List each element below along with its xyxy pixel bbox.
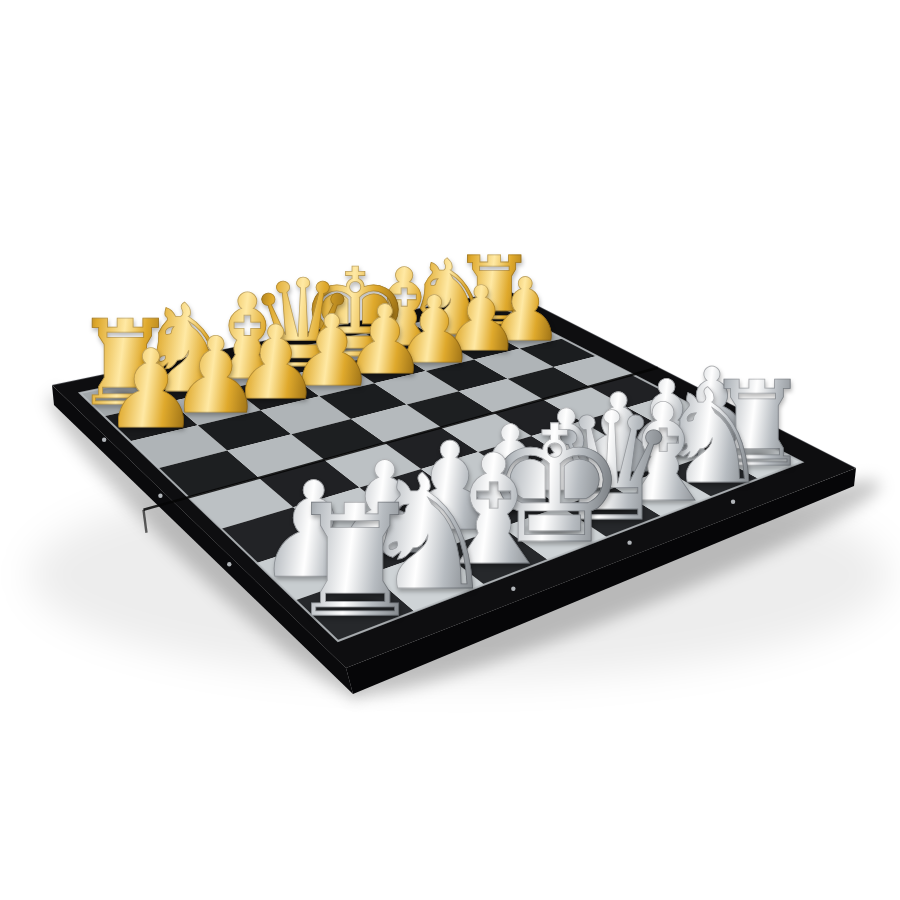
rivet xyxy=(227,562,231,566)
chess-product-photo: ♜♞♝♛♚♝♞♜♟♟♟♟♟♟♟♟♟♟♟♟♟♟♟♟♜♞♝♚♛♝♞♜ xyxy=(0,0,900,900)
rivet xyxy=(731,499,735,503)
rivet xyxy=(102,438,106,442)
rivet xyxy=(627,540,631,544)
rivet xyxy=(511,586,515,590)
chess-board xyxy=(0,0,900,900)
rivet xyxy=(158,494,162,498)
